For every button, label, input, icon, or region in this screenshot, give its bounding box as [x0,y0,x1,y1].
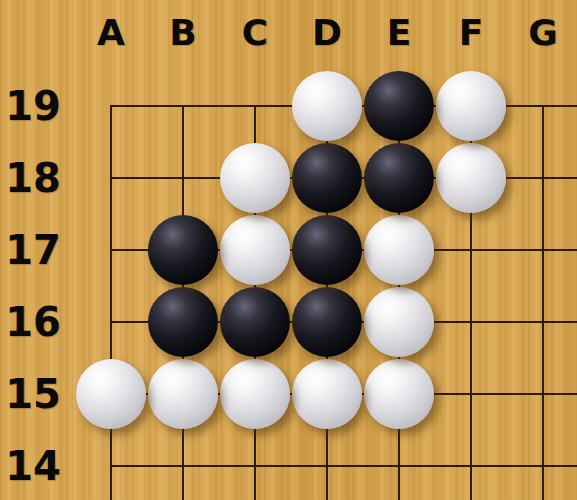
row-label-19: 19 [5,86,61,126]
stone-black-E18[interactable] [364,143,434,213]
column-label-D: D [312,15,342,51]
column-label-B: B [169,15,196,51]
stone-black-E19[interactable] [364,71,434,141]
grid-line-vertical-A [110,105,112,500]
row-label-17: 17 [5,230,61,270]
stone-black-C16[interactable] [220,287,290,357]
go-board-diagram: ABCDEFG191817161514 [0,0,577,500]
row-label-15: 15 [5,374,61,414]
column-label-F: F [459,15,484,51]
stone-white-A15[interactable] [76,359,146,429]
stone-white-C18[interactable] [220,143,290,213]
stone-white-D19[interactable] [292,71,362,141]
stone-black-D16[interactable] [292,287,362,357]
grid-line-vertical-G [542,105,544,500]
stone-white-E17[interactable] [364,215,434,285]
stone-white-F18[interactable] [436,143,506,213]
stone-white-B15[interactable] [148,359,218,429]
column-label-C: C [242,15,268,51]
column-label-E: E [387,15,412,51]
stone-white-D15[interactable] [292,359,362,429]
row-label-14: 14 [5,446,61,486]
stone-black-D17[interactable] [292,215,362,285]
stone-white-C17[interactable] [220,215,290,285]
grid-line-horizontal-14 [110,465,577,467]
column-label-A: A [97,15,125,51]
stone-black-B17[interactable] [148,215,218,285]
column-label-G: G [528,15,558,51]
row-label-16: 16 [5,302,61,342]
stone-white-C15[interactable] [220,359,290,429]
go-board[interactable]: ABCDEFG191817161514 [0,0,577,500]
stone-white-F19[interactable] [436,71,506,141]
stone-white-E15[interactable] [364,359,434,429]
row-label-18: 18 [5,158,61,198]
stone-black-D18[interactable] [292,143,362,213]
stone-white-E16[interactable] [364,287,434,357]
stone-black-B16[interactable] [148,287,218,357]
